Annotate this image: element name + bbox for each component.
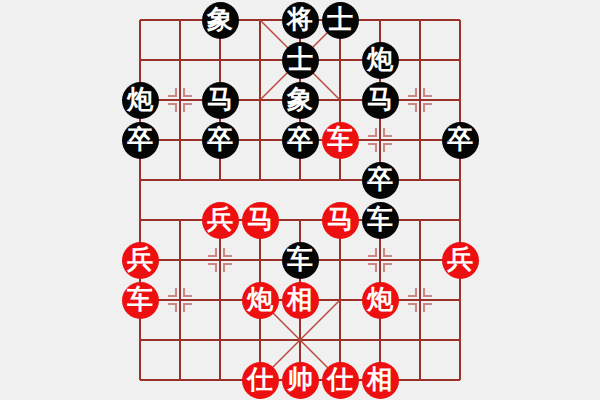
piece-black-cannon[interactable]: 炮 (362, 42, 399, 79)
point-c1-r5[interactable] (160, 200, 200, 240)
piece-black-pawn[interactable]: 卒 (122, 122, 159, 159)
piece-black-pawn[interactable]: 卒 (202, 122, 239, 159)
point-c2-r5[interactable]: 兵 (200, 200, 240, 240)
point-c3-r4[interactable] (240, 160, 280, 200)
point-c4-r9[interactable]: 帅 (280, 360, 320, 400)
point-c1-r3[interactable] (160, 120, 200, 160)
point-c2-r2[interactable]: 马 (200, 80, 240, 120)
point-c6-r3[interactable] (360, 120, 400, 160)
point-c3-r9[interactable]: 仕 (240, 360, 280, 400)
piece-black-advisor[interactable]: 士 (322, 2, 359, 39)
board-grid: 象将士士炮炮马象马卒卒卒车卒卒兵马马车兵车兵车炮相炮仕帅仕相 (120, 0, 480, 400)
point-c0-r0[interactable] (120, 0, 160, 40)
point-c1-r4[interactable] (160, 160, 200, 200)
point-c3-r0[interactable] (240, 0, 280, 40)
point-c4-r3[interactable]: 卒 (280, 120, 320, 160)
point-c6-r6[interactable] (360, 240, 400, 280)
point-c1-r8[interactable] (160, 320, 200, 360)
point-c2-r8[interactable] (200, 320, 240, 360)
piece-red-advisor[interactable]: 仕 (322, 362, 359, 399)
point-c0-r6[interactable]: 兵 (120, 240, 160, 280)
point-c0-r7[interactable]: 车 (120, 280, 160, 320)
piece-red-pawn[interactable]: 兵 (442, 242, 479, 279)
piece-black-horse[interactable]: 马 (202, 82, 239, 119)
piece-red-elephant[interactable]: 相 (362, 362, 399, 399)
point-c8-r2[interactable] (440, 80, 480, 120)
point-c0-r2[interactable]: 炮 (120, 80, 160, 120)
point-c1-r0[interactable] (160, 0, 200, 40)
point-c0-r8[interactable] (120, 320, 160, 360)
piece-black-chariot[interactable]: 车 (282, 242, 319, 279)
point-c7-r4[interactable] (400, 160, 440, 200)
point-c6-r2[interactable]: 马 (360, 80, 400, 120)
point-c6-r5[interactable]: 车 (360, 200, 400, 240)
piece-red-pawn[interactable]: 兵 (122, 242, 159, 279)
point-c3-r7[interactable]: 炮 (240, 280, 280, 320)
point-c8-r5[interactable] (440, 200, 480, 240)
point-c6-r7[interactable]: 炮 (360, 280, 400, 320)
point-c4-r8[interactable] (280, 320, 320, 360)
point-c1-r7[interactable] (160, 280, 200, 320)
point-c2-r1[interactable] (200, 40, 240, 80)
piece-red-cannon[interactable]: 炮 (362, 282, 399, 319)
piece-red-horse[interactable]: 马 (322, 202, 359, 239)
piece-black-advisor[interactable]: 士 (282, 42, 319, 79)
point-c1-r1[interactable] (160, 40, 200, 80)
point-c5-r0[interactable]: 士 (320, 0, 360, 40)
point-c6-r8[interactable] (360, 320, 400, 360)
piece-black-elephant[interactable]: 象 (282, 82, 319, 119)
point-c2-r4[interactable] (200, 160, 240, 200)
piece-black-general[interactable]: 将 (282, 2, 319, 39)
point-c5-r9[interactable]: 仕 (320, 360, 360, 400)
point-c0-r9[interactable] (120, 360, 160, 400)
xiangqi-board: 象将士士炮炮马象马卒卒卒车卒卒兵马马车兵车兵车炮相炮仕帅仕相 (0, 0, 600, 400)
point-c5-r4[interactable] (320, 160, 360, 200)
piece-black-chariot[interactable]: 车 (362, 202, 399, 239)
point-c3-r1[interactable] (240, 40, 280, 80)
point-c7-r7[interactable] (400, 280, 440, 320)
point-c4-r4[interactable] (280, 160, 320, 200)
point-c2-r7[interactable] (200, 280, 240, 320)
point-c3-r5[interactable]: 马 (240, 200, 280, 240)
point-c4-r5[interactable] (280, 200, 320, 240)
point-c3-r6[interactable] (240, 240, 280, 280)
piece-red-pawn[interactable]: 兵 (202, 202, 239, 239)
point-c0-r3[interactable]: 卒 (120, 120, 160, 160)
point-c7-r2[interactable] (400, 80, 440, 120)
piece-red-general[interactable]: 帅 (282, 362, 319, 399)
point-c1-r2[interactable] (160, 80, 200, 120)
point-c2-r6[interactable] (200, 240, 240, 280)
point-c8-r9[interactable] (440, 360, 480, 400)
point-c5-r7[interactable] (320, 280, 360, 320)
point-c4-r7[interactable]: 相 (280, 280, 320, 320)
point-c3-r2[interactable] (240, 80, 280, 120)
piece-black-pawn[interactable]: 卒 (362, 162, 399, 199)
piece-red-advisor[interactable]: 仕 (242, 362, 279, 399)
point-c4-r2[interactable]: 象 (280, 80, 320, 120)
piece-red-elephant[interactable]: 相 (282, 282, 319, 319)
piece-black-cannon[interactable]: 炮 (122, 82, 159, 119)
point-c5-r3[interactable]: 车 (320, 120, 360, 160)
piece-red-horse[interactable]: 马 (242, 202, 279, 239)
point-c8-r3[interactable]: 卒 (440, 120, 480, 160)
point-c8-r4[interactable] (440, 160, 480, 200)
point-c2-r3[interactable]: 卒 (200, 120, 240, 160)
point-c3-r8[interactable] (240, 320, 280, 360)
point-c0-r1[interactable] (120, 40, 160, 80)
piece-black-pawn[interactable]: 卒 (442, 122, 479, 159)
point-c7-r3[interactable] (400, 120, 440, 160)
piece-black-pawn[interactable]: 卒 (282, 122, 319, 159)
point-c7-r6[interactable] (400, 240, 440, 280)
point-c7-r1[interactable] (400, 40, 440, 80)
point-c7-r5[interactable] (400, 200, 440, 240)
point-c5-r2[interactable] (320, 80, 360, 120)
point-c8-r7[interactable] (440, 280, 480, 320)
point-c0-r4[interactable] (120, 160, 160, 200)
point-c5-r5[interactable]: 马 (320, 200, 360, 240)
point-c0-r5[interactable] (120, 200, 160, 240)
point-c3-r3[interactable] (240, 120, 280, 160)
piece-red-chariot[interactable]: 车 (322, 122, 359, 159)
point-c6-r1[interactable]: 炮 (360, 40, 400, 80)
point-c4-r0[interactable]: 将 (280, 0, 320, 40)
piece-black-horse[interactable]: 马 (362, 82, 399, 119)
point-c7-r8[interactable] (400, 320, 440, 360)
point-c2-r0[interactable]: 象 (200, 0, 240, 40)
point-c6-r0[interactable] (360, 0, 400, 40)
point-c8-r8[interactable] (440, 320, 480, 360)
point-c1-r6[interactable] (160, 240, 200, 280)
point-c8-r0[interactable] (440, 0, 480, 40)
piece-red-chariot[interactable]: 车 (122, 282, 159, 319)
point-c2-r9[interactable] (200, 360, 240, 400)
piece-black-elephant[interactable]: 象 (202, 2, 239, 39)
point-c8-r1[interactable] (440, 40, 480, 80)
point-c5-r8[interactable] (320, 320, 360, 360)
point-c4-r6[interactable]: 车 (280, 240, 320, 280)
point-c7-r9[interactable] (400, 360, 440, 400)
point-c6-r9[interactable]: 相 (360, 360, 400, 400)
point-c5-r1[interactable] (320, 40, 360, 80)
point-c5-r6[interactable] (320, 240, 360, 280)
point-c1-r9[interactable] (160, 360, 200, 400)
point-c7-r0[interactable] (400, 0, 440, 40)
point-c6-r4[interactable]: 卒 (360, 160, 400, 200)
point-c4-r1[interactable]: 士 (280, 40, 320, 80)
point-c8-r6[interactable]: 兵 (440, 240, 480, 280)
piece-red-cannon[interactable]: 炮 (242, 282, 279, 319)
